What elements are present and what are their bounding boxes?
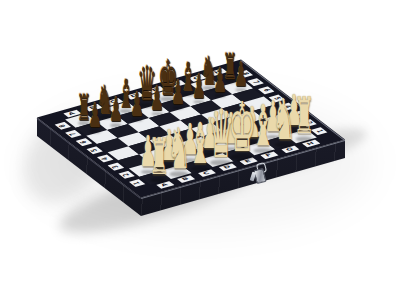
file-label: D <box>218 163 236 171</box>
file-label: B <box>176 175 194 183</box>
metal-clasp <box>250 163 270 185</box>
chess-board: ABCDEFGH8877665544332211ABCDEFGH <box>37 59 345 197</box>
file-label: C <box>197 169 215 177</box>
chess-set-photo: ABCDEFGH8877665544332211ABCDEFGH ♜♞♝♛♚♝♞… <box>0 0 400 304</box>
file-label: A <box>155 181 173 189</box>
file-label: H <box>301 140 319 148</box>
file-label: G <box>280 146 298 154</box>
file-label: F <box>260 151 278 159</box>
